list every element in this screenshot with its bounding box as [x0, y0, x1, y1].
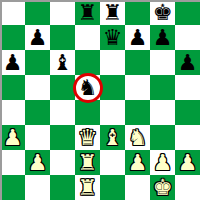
square-c7[interactable]	[50, 25, 75, 50]
square-e6[interactable]	[100, 50, 125, 75]
window-edge-left	[0, 0, 2, 200]
piece-white-knight[interactable]: ♞	[128, 125, 148, 150]
piece-white-queen[interactable]: ♛	[78, 125, 98, 150]
square-b7[interactable]: ♟	[25, 25, 50, 50]
piece-white-pawn[interactable]: ♟	[178, 150, 198, 175]
square-d5[interactable]: ♞	[75, 75, 100, 100]
square-h4[interactable]	[175, 100, 200, 125]
square-c4[interactable]	[50, 100, 75, 125]
square-f8[interactable]	[125, 0, 150, 25]
square-f4[interactable]	[125, 100, 150, 125]
piece-white-rook[interactable]: ♜	[78, 150, 98, 175]
square-c8[interactable]	[50, 0, 75, 25]
square-b2[interactable]: ♟	[25, 150, 50, 175]
square-b6[interactable]	[25, 50, 50, 75]
square-a2[interactable]	[0, 150, 25, 175]
piece-black-pawn[interactable]: ♟	[128, 25, 148, 50]
piece-black-king[interactable]: ♚	[153, 0, 173, 25]
square-c1[interactable]	[50, 175, 75, 200]
square-e1[interactable]	[100, 175, 125, 200]
square-c6[interactable]: ♝	[50, 50, 75, 75]
chess-board-window: ♜♜♚♟♛♟♟♟♝♟♞♟♛♝♞♟♜♟♟♟♜♚	[0, 0, 200, 200]
square-f5[interactable]	[125, 75, 150, 100]
square-d1[interactable]: ♜	[75, 175, 100, 200]
piece-black-knight[interactable]: ♞	[78, 75, 98, 100]
piece-white-pawn[interactable]: ♟	[28, 150, 48, 175]
square-a6[interactable]: ♟	[0, 50, 25, 75]
square-d3[interactable]: ♛	[75, 125, 100, 150]
square-c2[interactable]	[50, 150, 75, 175]
square-c3[interactable]	[50, 125, 75, 150]
square-h8[interactable]	[175, 0, 200, 25]
square-d6[interactable]	[75, 50, 100, 75]
piece-black-pawn[interactable]: ♟	[153, 25, 173, 50]
square-h6[interactable]: ♟	[175, 50, 200, 75]
square-g4[interactable]	[150, 100, 175, 125]
piece-black-rook[interactable]: ♜	[78, 0, 98, 25]
square-g1[interactable]: ♚	[150, 175, 175, 200]
chess-board: ♜♜♚♟♛♟♟♟♝♟♞♟♛♝♞♟♜♟♟♟♜♚	[0, 0, 200, 200]
square-b5[interactable]	[25, 75, 50, 100]
square-e8[interactable]: ♜	[100, 0, 125, 25]
piece-black-pawn[interactable]: ♟	[178, 50, 198, 75]
square-f1[interactable]	[125, 175, 150, 200]
piece-black-bishop[interactable]: ♝	[53, 50, 73, 75]
square-a5[interactable]	[0, 75, 25, 100]
square-f3[interactable]: ♞	[125, 125, 150, 150]
piece-black-queen[interactable]: ♛	[103, 25, 123, 50]
square-h2[interactable]: ♟	[175, 150, 200, 175]
square-d8[interactable]: ♜	[75, 0, 100, 25]
square-b8[interactable]	[25, 0, 50, 25]
square-b4[interactable]	[25, 100, 50, 125]
piece-white-pawn[interactable]: ♟	[128, 150, 148, 175]
square-a4[interactable]	[0, 100, 25, 125]
square-d2[interactable]: ♜	[75, 150, 100, 175]
square-a8[interactable]	[0, 0, 25, 25]
square-h5[interactable]	[175, 75, 200, 100]
square-a1[interactable]	[0, 175, 25, 200]
piece-white-bishop[interactable]: ♝	[103, 125, 123, 150]
square-g3[interactable]	[150, 125, 175, 150]
square-e4[interactable]	[100, 100, 125, 125]
square-a7[interactable]	[0, 25, 25, 50]
square-f7[interactable]: ♟	[125, 25, 150, 50]
square-g6[interactable]	[150, 50, 175, 75]
piece-white-pawn[interactable]: ♟	[153, 150, 173, 175]
piece-white-rook[interactable]: ♜	[78, 175, 98, 200]
square-a3[interactable]: ♟	[0, 125, 25, 150]
square-d7[interactable]	[75, 25, 100, 50]
square-h1[interactable]	[175, 175, 200, 200]
square-f2[interactable]: ♟	[125, 150, 150, 175]
window-edge-top	[0, 0, 200, 2]
square-h3[interactable]	[175, 125, 200, 150]
square-g7[interactable]: ♟	[150, 25, 175, 50]
square-b1[interactable]	[25, 175, 50, 200]
square-e3[interactable]: ♝	[100, 125, 125, 150]
piece-black-pawn[interactable]: ♟	[28, 25, 48, 50]
square-h7[interactable]	[175, 25, 200, 50]
square-e2[interactable]	[100, 150, 125, 175]
square-g2[interactable]: ♟	[150, 150, 175, 175]
square-g8[interactable]: ♚	[150, 0, 175, 25]
square-f6[interactable]	[125, 50, 150, 75]
square-c5[interactable]	[50, 75, 75, 100]
square-b3[interactable]	[25, 125, 50, 150]
piece-black-pawn[interactable]: ♟	[3, 50, 23, 75]
piece-white-pawn[interactable]: ♟	[3, 125, 23, 150]
square-d4[interactable]	[75, 100, 100, 125]
square-g5[interactable]	[150, 75, 175, 100]
piece-black-rook[interactable]: ♜	[103, 0, 123, 25]
square-e5[interactable]	[100, 75, 125, 100]
square-e7[interactable]: ♛	[100, 25, 125, 50]
piece-white-king[interactable]: ♚	[153, 175, 173, 200]
